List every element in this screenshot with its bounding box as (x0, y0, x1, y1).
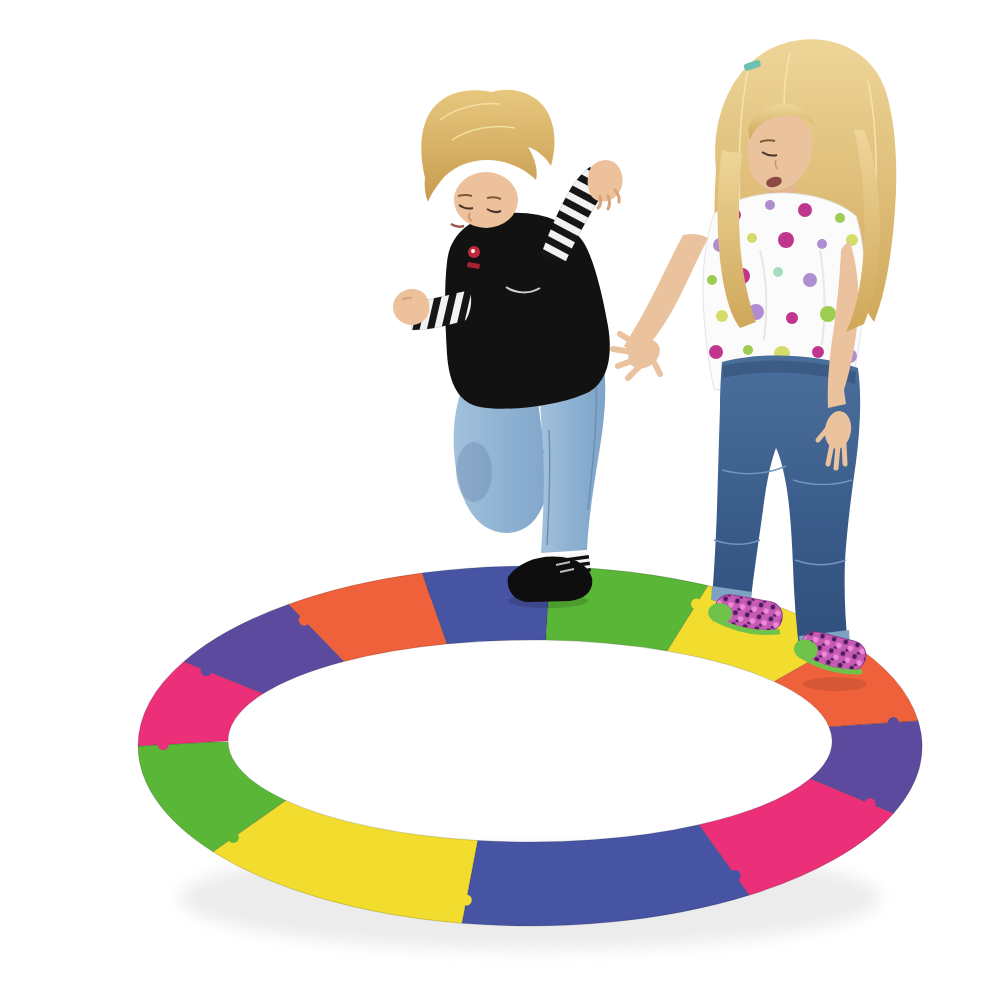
boy-mouth (451, 224, 464, 227)
boy-knee-shading (456, 442, 492, 502)
ring-jigsaw-notch (691, 598, 702, 609)
ring-jigsaw-notch (730, 870, 741, 881)
product-photo (0, 0, 1000, 1000)
boy-figure (393, 90, 622, 608)
ring-jigsaw-notch (865, 798, 876, 809)
girl-right-arm (624, 234, 708, 358)
girl-foot-shadow (803, 677, 867, 691)
boy-face (454, 172, 518, 228)
ring-jigsaw-notch (888, 717, 899, 728)
ring-jigsaw-notch (158, 739, 169, 750)
ring-jigsaw-notch (299, 615, 310, 626)
scene-illustration (0, 0, 1000, 1000)
ring-jigsaw-notch (228, 832, 239, 843)
boy-left-fist (393, 289, 429, 325)
boy-standing-shoe (508, 556, 593, 602)
ring-jigsaw-notch (461, 895, 472, 906)
ring-jigsaw-notch (201, 665, 212, 676)
